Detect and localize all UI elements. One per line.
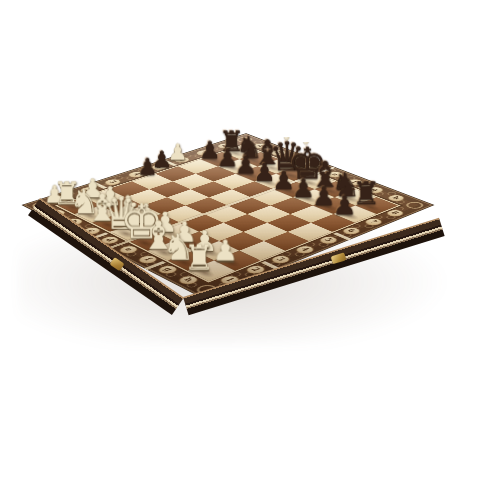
chess-board: abcdefghabcdefgh8765432187654321♜♞♝♛♚♝♞♜… xyxy=(22,133,435,299)
chess-set-product-photo: abcdefghabcdefgh8765432187654321♜♞♝♛♚♝♞♜… xyxy=(0,0,500,500)
frame-corner-rosette xyxy=(396,198,433,213)
coordinate-medallion: 7 xyxy=(361,217,386,227)
coordinate-medallion: 6 xyxy=(339,225,364,235)
coordinate-label: 2 xyxy=(250,267,262,272)
loose-black-pawn: ♟ xyxy=(130,156,164,179)
white-rook: ♜ xyxy=(179,241,219,276)
perspective-wrapper: abcdefghabcdefgh8765432187654321♜♞♝♛♚♝♞♜… xyxy=(0,0,500,500)
black-pawn: ♟ xyxy=(326,192,363,219)
brass-hinge-icon xyxy=(109,257,124,271)
coordinate-label: 5 xyxy=(323,237,334,242)
square-h3 xyxy=(239,241,285,260)
coordinate-label: h xyxy=(391,196,402,200)
coordinate-label: f xyxy=(143,257,154,261)
coordinate-label: 6 xyxy=(346,228,357,233)
coordinate-label: 8 xyxy=(390,211,401,215)
brass-latch-icon xyxy=(330,252,346,264)
coordinate-label: 3 xyxy=(275,257,287,262)
coordinate-label: d xyxy=(104,237,116,242)
coordinate-label: 4 xyxy=(299,247,311,252)
coordinate-label: 7 xyxy=(368,219,379,223)
coordinate-label: e xyxy=(123,247,135,252)
coordinate-label: h xyxy=(182,277,195,282)
board-frame: abcdefghabcdefgh8765432187654321♜♞♝♛♚♝♞♜… xyxy=(22,133,435,299)
ivory-finial xyxy=(304,140,309,145)
coordinate-label: g xyxy=(162,267,174,272)
